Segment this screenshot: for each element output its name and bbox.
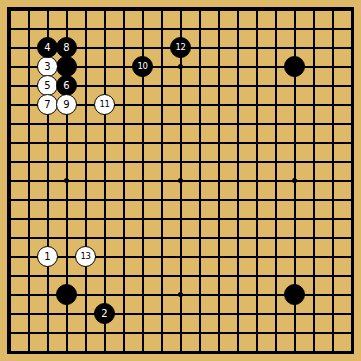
board-intersection (285, 57, 304, 76)
board-intersection: 4 (38, 38, 57, 57)
board-intersection: 5 (38, 76, 57, 95)
stone-move-number: 9 (63, 100, 69, 110)
stone-move-number: 8 (63, 43, 69, 53)
stone-white-move-9: 9 (56, 94, 77, 115)
stone-white-move-5: 5 (37, 75, 58, 96)
stone-white-move-13: 13 (75, 246, 96, 267)
board-intersection: 6 (57, 76, 76, 95)
board-intersection: 11 (95, 95, 114, 114)
stone-move-number: 6 (63, 81, 69, 91)
stone-move-number: 10 (137, 62, 147, 71)
stone-white-move-7: 7 (37, 94, 58, 115)
stone-black-setup (56, 284, 77, 305)
stone-black-setup (56, 56, 77, 77)
stone-move-number: 3 (44, 62, 50, 72)
board-intersection: 3 (38, 57, 57, 76)
board-intersection: 7 (38, 95, 57, 114)
board-intersection: 2 (95, 304, 114, 323)
board-intersection: 12 (171, 38, 190, 57)
board-intersection: 8 (57, 38, 76, 57)
stone-black-setup (284, 56, 305, 77)
stone-black-move-8: 8 (56, 37, 77, 58)
stone-move-number: 4 (44, 43, 50, 53)
stone-move-number: 1 (44, 252, 50, 262)
stone-black-setup (284, 284, 305, 305)
stone-black-move-2: 2 (94, 303, 115, 324)
board-intersection: 10 (133, 57, 152, 76)
stone-white-move-3: 3 (37, 56, 58, 77)
stone-black-move-10: 10 (132, 56, 153, 77)
board-intersection: 13 (76, 247, 95, 266)
stone-move-number: 7 (44, 100, 50, 110)
stone-move-number: 5 (44, 81, 50, 91)
board-intersection: 1 (38, 247, 57, 266)
board-intersection (57, 285, 76, 304)
stone-white-move-1: 1 (37, 246, 58, 267)
board-intersection: 9 (57, 95, 76, 114)
stones-layer: 12345678910111213 (0, 0, 361, 361)
stone-move-number: 2 (101, 309, 107, 319)
stone-move-number: 13 (80, 252, 90, 261)
board-intersection (285, 285, 304, 304)
go-board-diagram: 12345678910111213 (0, 0, 361, 361)
board-intersection (57, 57, 76, 76)
stone-black-move-12: 12 (170, 37, 191, 58)
stone-white-move-11: 11 (94, 94, 115, 115)
stone-move-number: 11 (99, 100, 109, 109)
stone-black-move-4: 4 (37, 37, 58, 58)
stone-move-number: 12 (175, 43, 185, 52)
stone-black-move-6: 6 (56, 75, 77, 96)
